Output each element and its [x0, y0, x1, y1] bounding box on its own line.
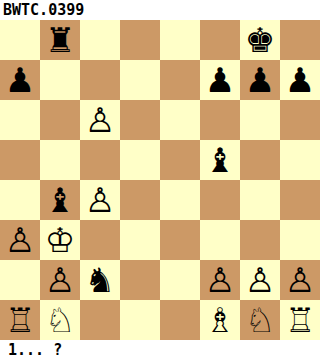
- white-pawn-piece: ♙: [200, 260, 240, 300]
- square-g2[interactable]: ♙: [240, 260, 280, 300]
- white-pawn-piece: ♙: [80, 180, 120, 220]
- white-pawn-piece: ♙: [0, 220, 40, 260]
- square-c5[interactable]: [80, 140, 120, 180]
- square-b8[interactable]: ♜: [40, 20, 80, 60]
- square-f3[interactable]: [200, 220, 240, 260]
- square-f4[interactable]: [200, 180, 240, 220]
- square-a5[interactable]: [0, 140, 40, 180]
- square-d1[interactable]: [120, 300, 160, 340]
- square-b2[interactable]: ♙: [40, 260, 80, 300]
- black-knight-piece: ♞: [80, 260, 120, 300]
- white-pawn-piece: ♙: [40, 260, 80, 300]
- square-d6[interactable]: [120, 100, 160, 140]
- square-a6[interactable]: [0, 100, 40, 140]
- square-g7[interactable]: ♟: [240, 60, 280, 100]
- square-e3[interactable]: [160, 220, 200, 260]
- square-h4[interactable]: [280, 180, 320, 220]
- square-g5[interactable]: [240, 140, 280, 180]
- square-b3[interactable]: ♔: [40, 220, 80, 260]
- square-h1[interactable]: ♖: [280, 300, 320, 340]
- black-king-piece: ♚: [240, 20, 280, 60]
- square-b5[interactable]: [40, 140, 80, 180]
- square-f1[interactable]: ♗: [200, 300, 240, 340]
- puzzle-id: BWTC.0399: [0, 0, 320, 20]
- square-a3[interactable]: ♙: [0, 220, 40, 260]
- square-h5[interactable]: [280, 140, 320, 180]
- white-knight-piece: ♘: [240, 300, 280, 340]
- square-e6[interactable]: [160, 100, 200, 140]
- black-pawn-piece: ♟: [240, 60, 280, 100]
- black-pawn-piece: ♟: [0, 60, 40, 100]
- square-c7[interactable]: [80, 60, 120, 100]
- square-d7[interactable]: [120, 60, 160, 100]
- black-rook-piece: ♜: [40, 20, 80, 60]
- square-f7[interactable]: ♟: [200, 60, 240, 100]
- square-a7[interactable]: ♟: [0, 60, 40, 100]
- square-f5[interactable]: ♝: [200, 140, 240, 180]
- black-pawn-piece: ♟: [200, 60, 240, 100]
- black-bishop-piece: ♝: [200, 140, 240, 180]
- square-b4[interactable]: ♝: [40, 180, 80, 220]
- square-g3[interactable]: [240, 220, 280, 260]
- square-b7[interactable]: [40, 60, 80, 100]
- square-a4[interactable]: [0, 180, 40, 220]
- white-pawn-piece: ♙: [80, 100, 120, 140]
- square-b1[interactable]: ♘: [40, 300, 80, 340]
- square-e4[interactable]: [160, 180, 200, 220]
- chess-board: ♜♚♟♟♟♟♙♝♝♙♙♔♙♞♙♙♙♖♘♗♘♖: [0, 20, 320, 340]
- square-c2[interactable]: ♞: [80, 260, 120, 300]
- square-h2[interactable]: ♙: [280, 260, 320, 300]
- square-b6[interactable]: [40, 100, 80, 140]
- square-g4[interactable]: [240, 180, 280, 220]
- square-g8[interactable]: ♚: [240, 20, 280, 60]
- square-f8[interactable]: [200, 20, 240, 60]
- square-g1[interactable]: ♘: [240, 300, 280, 340]
- square-d3[interactable]: [120, 220, 160, 260]
- white-bishop-piece: ♗: [200, 300, 240, 340]
- white-pawn-piece: ♙: [280, 260, 320, 300]
- square-a2[interactable]: [0, 260, 40, 300]
- black-bishop-piece: ♝: [40, 180, 80, 220]
- square-d4[interactable]: [120, 180, 160, 220]
- square-a1[interactable]: ♖: [0, 300, 40, 340]
- square-a8[interactable]: [0, 20, 40, 60]
- square-h7[interactable]: ♟: [280, 60, 320, 100]
- white-pawn-piece: ♙: [240, 260, 280, 300]
- square-c8[interactable]: [80, 20, 120, 60]
- square-d8[interactable]: [120, 20, 160, 60]
- square-h8[interactable]: [280, 20, 320, 60]
- white-knight-piece: ♘: [40, 300, 80, 340]
- square-e7[interactable]: [160, 60, 200, 100]
- square-e1[interactable]: [160, 300, 200, 340]
- square-g6[interactable]: [240, 100, 280, 140]
- white-rook-piece: ♖: [280, 300, 320, 340]
- square-c1[interactable]: [80, 300, 120, 340]
- square-d2[interactable]: [120, 260, 160, 300]
- square-h3[interactable]: [280, 220, 320, 260]
- white-king-piece: ♔: [40, 220, 80, 260]
- square-c3[interactable]: [80, 220, 120, 260]
- square-c4[interactable]: ♙: [80, 180, 120, 220]
- square-d5[interactable]: [120, 140, 160, 180]
- white-rook-piece: ♖: [0, 300, 40, 340]
- square-e5[interactable]: [160, 140, 200, 180]
- square-f2[interactable]: ♙: [200, 260, 240, 300]
- square-h6[interactable]: [280, 100, 320, 140]
- square-e8[interactable]: [160, 20, 200, 60]
- chess-puzzle-window: BWTC.0399 ♜♚♟♟♟♟♙♝♝♙♙♔♙♞♙♙♙♖♘♗♘♖ 1... ?: [0, 0, 320, 360]
- black-pawn-piece: ♟: [280, 60, 320, 100]
- square-c6[interactable]: ♙: [80, 100, 120, 140]
- square-e2[interactable]: [160, 260, 200, 300]
- square-f6[interactable]: [200, 100, 240, 140]
- move-prompt: 1... ?: [0, 340, 320, 360]
